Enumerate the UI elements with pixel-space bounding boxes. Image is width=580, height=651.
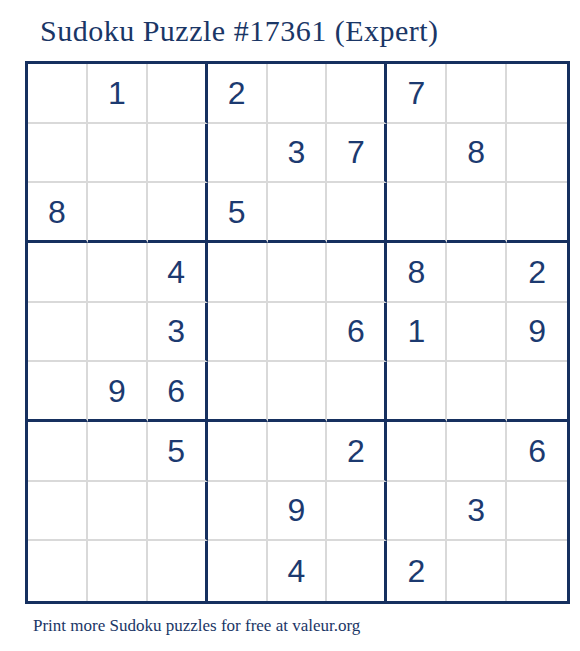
sudoku-cell-r3c4[interactable]: 5 — [208, 183, 268, 243]
sudoku-cell-r2c6[interactable]: 7 — [327, 124, 387, 184]
sudoku-cell-r5c7[interactable]: 1 — [387, 303, 447, 363]
sudoku-cell-r4c8[interactable] — [447, 243, 507, 303]
sudoku-cell-r5c9[interactable]: 9 — [507, 303, 567, 363]
sudoku-cell-r2c5[interactable]: 3 — [268, 124, 328, 184]
sudoku-cell-r2c9[interactable] — [507, 124, 567, 184]
sudoku-cell-r8c7[interactable] — [387, 482, 447, 542]
sudoku-cell-r4c6[interactable] — [327, 243, 387, 303]
sudoku-cell-r7c5[interactable] — [268, 422, 328, 482]
sudoku-cell-r4c2[interactable] — [88, 243, 148, 303]
sudoku-cell-r2c2[interactable] — [88, 124, 148, 184]
sudoku-cell-r7c3[interactable]: 5 — [148, 422, 208, 482]
sudoku-print-page: Sudoku Puzzle #17361 (Expert) 1273788548… — [0, 0, 580, 651]
sudoku-cell-r8c2[interactable] — [88, 482, 148, 542]
sudoku-board: 127378854823619965269342 — [25, 61, 570, 604]
sudoku-cell-r6c4[interactable] — [208, 362, 268, 422]
sudoku-cell-r6c7[interactable] — [387, 362, 447, 422]
sudoku-cell-r4c5[interactable] — [268, 243, 328, 303]
sudoku-cell-r8c8[interactable]: 3 — [447, 482, 507, 542]
sudoku-cell-r6c5[interactable] — [268, 362, 328, 422]
sudoku-cell-r5c1[interactable] — [28, 303, 88, 363]
sudoku-cell-r7c8[interactable] — [447, 422, 507, 482]
sudoku-cell-r1c9[interactable] — [507, 64, 567, 124]
sudoku-cell-r8c6[interactable] — [327, 482, 387, 542]
sudoku-cell-r9c8[interactable] — [447, 541, 507, 601]
footer-note: Print more Sudoku puzzles for free at va… — [33, 616, 360, 636]
sudoku-cell-r9c7[interactable]: 2 — [387, 541, 447, 601]
sudoku-cell-r4c3[interactable]: 4 — [148, 243, 208, 303]
sudoku-cell-r1c7[interactable]: 7 — [387, 64, 447, 124]
sudoku-cell-r2c7[interactable] — [387, 124, 447, 184]
sudoku-cell-r3c1[interactable]: 8 — [28, 183, 88, 243]
sudoku-cell-r2c4[interactable] — [208, 124, 268, 184]
sudoku-cell-r1c5[interactable] — [268, 64, 328, 124]
sudoku-cell-r9c2[interactable] — [88, 541, 148, 601]
sudoku-cell-r7c4[interactable] — [208, 422, 268, 482]
sudoku-cell-r7c2[interactable] — [88, 422, 148, 482]
sudoku-cell-r3c3[interactable] — [148, 183, 208, 243]
sudoku-cell-r4c1[interactable] — [28, 243, 88, 303]
sudoku-cell-r4c7[interactable]: 8 — [387, 243, 447, 303]
sudoku-cell-r3c6[interactable] — [327, 183, 387, 243]
sudoku-cell-r5c2[interactable] — [88, 303, 148, 363]
sudoku-cell-r1c4[interactable]: 2 — [208, 64, 268, 124]
sudoku-cell-r7c9[interactable]: 6 — [507, 422, 567, 482]
sudoku-cell-r6c8[interactable] — [447, 362, 507, 422]
sudoku-cell-r2c8[interactable]: 8 — [447, 124, 507, 184]
sudoku-cell-r7c1[interactable] — [28, 422, 88, 482]
sudoku-cell-r8c1[interactable] — [28, 482, 88, 542]
sudoku-cell-r1c8[interactable] — [447, 64, 507, 124]
sudoku-cell-r1c2[interactable]: 1 — [88, 64, 148, 124]
sudoku-cell-r7c7[interactable] — [387, 422, 447, 482]
sudoku-cell-r8c3[interactable] — [148, 482, 208, 542]
sudoku-cell-r3c7[interactable] — [387, 183, 447, 243]
sudoku-cell-r9c6[interactable] — [327, 541, 387, 601]
sudoku-cell-r3c5[interactable] — [268, 183, 328, 243]
sudoku-cell-r8c9[interactable] — [507, 482, 567, 542]
sudoku-cell-r8c4[interactable] — [208, 482, 268, 542]
sudoku-cell-r5c5[interactable] — [268, 303, 328, 363]
sudoku-cell-r6c2[interactable]: 9 — [88, 362, 148, 422]
sudoku-cell-r5c4[interactable] — [208, 303, 268, 363]
sudoku-cell-r5c6[interactable]: 6 — [327, 303, 387, 363]
sudoku-cell-r3c2[interactable] — [88, 183, 148, 243]
sudoku-cell-r9c1[interactable] — [28, 541, 88, 601]
sudoku-cell-r9c3[interactable] — [148, 541, 208, 601]
sudoku-cell-r6c1[interactable] — [28, 362, 88, 422]
sudoku-cell-r9c9[interactable] — [507, 541, 567, 601]
sudoku-cell-r6c6[interactable] — [327, 362, 387, 422]
sudoku-cell-r8c5[interactable]: 9 — [268, 482, 328, 542]
sudoku-cell-r1c3[interactable] — [148, 64, 208, 124]
sudoku-cell-r6c3[interactable]: 6 — [148, 362, 208, 422]
sudoku-cell-r6c9[interactable] — [507, 362, 567, 422]
sudoku-cell-r5c3[interactable]: 3 — [148, 303, 208, 363]
sudoku-cell-r4c4[interactable] — [208, 243, 268, 303]
sudoku-cell-r4c9[interactable]: 2 — [507, 243, 567, 303]
sudoku-cell-r3c8[interactable] — [447, 183, 507, 243]
sudoku-cell-r1c6[interactable] — [327, 64, 387, 124]
sudoku-cell-r1c1[interactable] — [28, 64, 88, 124]
sudoku-cell-r9c4[interactable] — [208, 541, 268, 601]
page-title: Sudoku Puzzle #17361 (Expert) — [40, 14, 439, 48]
sudoku-cell-r5c8[interactable] — [447, 303, 507, 363]
sudoku-cell-r9c5[interactable]: 4 — [268, 541, 328, 601]
sudoku-cell-r2c1[interactable] — [28, 124, 88, 184]
sudoku-cell-r3c9[interactable] — [507, 183, 567, 243]
sudoku-cell-r7c6[interactable]: 2 — [327, 422, 387, 482]
sudoku-cell-r2c3[interactable] — [148, 124, 208, 184]
